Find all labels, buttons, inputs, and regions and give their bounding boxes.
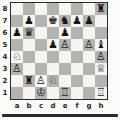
square-c4[interactable] (35, 51, 47, 63)
square-e3[interactable] (59, 63, 71, 75)
file-label-e: e (59, 102, 71, 111)
black-pawn[interactable]: ♟ (12, 27, 22, 39)
square-g1[interactable] (83, 87, 95, 99)
square-c1[interactable]: ♔ (35, 87, 47, 99)
rank-label-4: 4 (1, 51, 9, 63)
white-rook[interactable]: ♖ (60, 87, 70, 99)
square-b5[interactable] (23, 39, 35, 51)
square-g2[interactable] (83, 75, 95, 87)
bottom-border-bar (2, 114, 118, 117)
square-c8[interactable] (35, 3, 47, 15)
square-e4[interactable] (59, 51, 71, 63)
black-queen[interactable]: ♛ (24, 27, 34, 39)
rank-label-2: 2 (1, 75, 9, 87)
square-h3[interactable]: ♕ (95, 63, 107, 75)
white-knight[interactable]: ♘ (48, 75, 58, 87)
file-label-f: f (71, 102, 83, 111)
square-g5[interactable]: ♙ (83, 39, 95, 51)
square-g7[interactable]: ♟ (83, 15, 95, 27)
square-a1[interactable] (11, 87, 23, 99)
square-f5[interactable] (71, 39, 83, 51)
black-king[interactable]: ♚ (48, 15, 58, 27)
file-label-a: a (11, 102, 23, 111)
black-pawn[interactable]: ♟ (48, 39, 58, 51)
white-pawn[interactable]: ♙ (60, 39, 70, 51)
file-label-c: c (35, 102, 47, 111)
square-f7[interactable]: ♟ (71, 15, 83, 27)
square-c6[interactable] (35, 27, 47, 39)
rank-label-7: 7 (1, 15, 9, 27)
square-d4[interactable] (47, 51, 59, 63)
file-label-b: b (23, 102, 35, 111)
rank-labels: 87654321 (1, 3, 9, 99)
square-g3[interactable] (83, 63, 95, 75)
square-a2[interactable] (11, 75, 23, 87)
rank-label-5: 5 (1, 39, 9, 51)
black-rook[interactable]: ♜ (24, 75, 34, 87)
chess-diagram: 87654321 ♜♟♚♞♟♟♟♛♟♟♙♙♝♘♙♙♕♜♙♘♔♖♖ abcdefg… (0, 0, 120, 120)
square-a6[interactable]: ♟ (11, 27, 23, 39)
black-rook[interactable]: ♜ (96, 3, 106, 15)
square-b4[interactable] (23, 51, 35, 63)
square-d2[interactable]: ♘ (47, 75, 59, 87)
square-f6[interactable] (71, 27, 83, 39)
square-g4[interactable] (83, 51, 95, 63)
white-queen[interactable]: ♕ (96, 63, 106, 75)
square-b1[interactable] (23, 87, 35, 99)
white-pawn[interactable]: ♙ (12, 63, 22, 75)
rank-label-3: 3 (1, 63, 9, 75)
file-label-g: g (83, 102, 95, 111)
rank-label-6: 6 (1, 27, 9, 39)
square-f2[interactable] (71, 75, 83, 87)
square-b2[interactable]: ♜ (23, 75, 35, 87)
chess-board: ♜♟♚♞♟♟♟♛♟♟♙♙♝♘♙♙♕♜♙♘♔♖♖ (10, 2, 108, 100)
square-h7[interactable] (95, 15, 107, 27)
square-f3[interactable] (71, 63, 83, 75)
file-label-d: d (47, 102, 59, 111)
square-a3[interactable]: ♙ (11, 63, 23, 75)
square-f1[interactable] (71, 87, 83, 99)
square-h8[interactable]: ♜ (95, 3, 107, 15)
square-d1[interactable] (47, 87, 59, 99)
white-king[interactable]: ♔ (36, 87, 46, 99)
rank-label-1: 1 (1, 87, 9, 99)
rank-label-8: 8 (1, 3, 9, 15)
square-h1[interactable]: ♖ (95, 87, 107, 99)
file-label-h: h (95, 102, 107, 111)
black-pawn[interactable]: ♟ (84, 15, 94, 27)
file-labels: abcdefgh (11, 102, 107, 111)
square-f4[interactable] (71, 51, 83, 63)
square-c7[interactable] (35, 15, 47, 27)
white-pawn[interactable]: ♙ (84, 39, 94, 51)
black-pawn[interactable]: ♟ (72, 15, 82, 27)
square-d7[interactable]: ♚ (47, 15, 59, 27)
square-e5[interactable]: ♙ (59, 39, 71, 51)
square-e1[interactable]: ♖ (59, 87, 71, 99)
square-a8[interactable] (11, 3, 23, 15)
square-b6[interactable]: ♛ (23, 27, 35, 39)
square-d5[interactable]: ♟ (47, 39, 59, 51)
white-rook[interactable]: ♖ (96, 87, 106, 99)
square-c5[interactable] (35, 39, 47, 51)
